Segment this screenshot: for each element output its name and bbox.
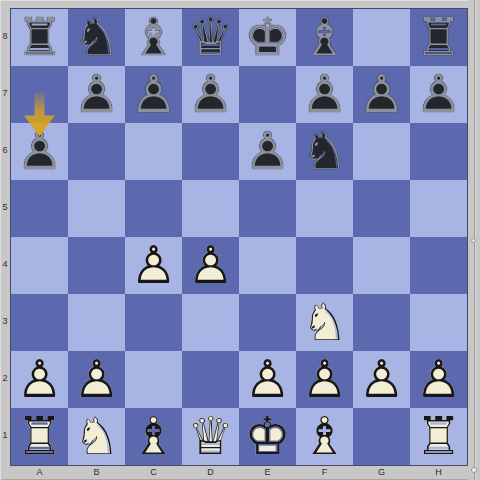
- board-panel: ♜♖♞♘♝♗♛♕♚♔♝♗♜♖♟♙♟♙♟♙♟♙♟♙♟♙♟♙♟♙♞♘♟♙♟♙♞♘♟♙…: [0, 0, 480, 480]
- piece-white-rook: ♜♖: [410, 408, 467, 465]
- piece-black-pawn: ♟♙: [296, 66, 353, 123]
- square-d6[interactable]: [182, 123, 239, 180]
- square-f8[interactable]: ♝♗: [296, 9, 353, 66]
- square-b3[interactable]: [68, 294, 125, 351]
- square-g5[interactable]: [353, 180, 410, 237]
- rank-label-7: 7: [0, 65, 10, 122]
- square-c7[interactable]: ♟♙: [125, 66, 182, 123]
- piece-white-pawn: ♟♙: [68, 351, 125, 408]
- square-c5[interactable]: [125, 180, 182, 237]
- piece-white-rook: ♜♖: [11, 408, 68, 465]
- square-a2[interactable]: ♟♙: [11, 351, 68, 408]
- square-a3[interactable]: [11, 294, 68, 351]
- square-e6[interactable]: ♟♙: [239, 123, 296, 180]
- piece-black-pawn: ♟♙: [353, 66, 410, 123]
- square-f7[interactable]: ♟♙: [296, 66, 353, 123]
- square-c4[interactable]: ♟♙: [125, 237, 182, 294]
- square-h8[interactable]: ♜♖: [410, 9, 467, 66]
- file-label-e: E: [239, 466, 296, 479]
- square-g1[interactable]: [353, 408, 410, 465]
- piece-black-knight: ♞♘: [296, 123, 353, 180]
- square-e2[interactable]: ♟♙: [239, 351, 296, 408]
- piece-white-bishop: ♝♗: [296, 408, 353, 465]
- piece-black-pawn: ♟♙: [239, 123, 296, 180]
- square-h1[interactable]: ♜♖: [410, 408, 467, 465]
- square-g8[interactable]: [353, 9, 410, 66]
- file-label-a: A: [11, 466, 68, 479]
- piece-black-pawn: ♟♙: [410, 66, 467, 123]
- square-e3[interactable]: [239, 294, 296, 351]
- square-b2[interactable]: ♟♙: [68, 351, 125, 408]
- square-a8[interactable]: ♜♖: [11, 9, 68, 66]
- square-a4[interactable]: [11, 237, 68, 294]
- rank-label-3: 3: [0, 293, 10, 350]
- piece-white-pawn: ♟♙: [296, 351, 353, 408]
- square-c1[interactable]: ♝♗: [125, 408, 182, 465]
- piece-white-knight: ♞♘: [68, 408, 125, 465]
- piece-black-pawn: ♟♙: [11, 123, 68, 180]
- square-d3[interactable]: [182, 294, 239, 351]
- file-label-h: H: [410, 466, 467, 479]
- piece-white-queen: ♛♕: [182, 408, 239, 465]
- panel-splitter[interactable]: [468, 0, 480, 480]
- piece-black-pawn: ♟♙: [68, 66, 125, 123]
- file-label-f: F: [296, 466, 353, 479]
- square-f6[interactable]: ♞♘: [296, 123, 353, 180]
- square-f1[interactable]: ♝♗: [296, 408, 353, 465]
- square-g3[interactable]: [353, 294, 410, 351]
- square-c3[interactable]: [125, 294, 182, 351]
- square-b6[interactable]: [68, 123, 125, 180]
- piece-white-knight: ♞♘: [296, 294, 353, 351]
- square-e1[interactable]: ♚♔: [239, 408, 296, 465]
- splitter-handle-dot: [471, 238, 476, 243]
- rank-label-4: 4: [0, 236, 10, 293]
- square-d8[interactable]: ♛♕: [182, 9, 239, 66]
- square-g7[interactable]: ♟♙: [353, 66, 410, 123]
- piece-black-rook: ♜♖: [11, 9, 68, 66]
- piece-white-king: ♚♔: [239, 408, 296, 465]
- file-label-g: G: [353, 466, 410, 479]
- square-g4[interactable]: [353, 237, 410, 294]
- square-h6[interactable]: [410, 123, 467, 180]
- chess-board: ♜♖♞♘♝♗♛♕♚♔♝♗♜♖♟♙♟♙♟♙♟♙♟♙♟♙♟♙♟♙♞♘♟♙♟♙♞♘♟♙…: [10, 8, 468, 466]
- square-b5[interactable]: [68, 180, 125, 237]
- piece-white-pawn: ♟♙: [182, 237, 239, 294]
- square-a5[interactable]: [11, 180, 68, 237]
- square-h7[interactable]: ♟♙: [410, 66, 467, 123]
- square-c8[interactable]: ♝♗: [125, 9, 182, 66]
- square-b7[interactable]: ♟♙: [68, 66, 125, 123]
- piece-white-pawn: ♟♙: [125, 237, 182, 294]
- square-d7[interactable]: ♟♙: [182, 66, 239, 123]
- square-e4[interactable]: [239, 237, 296, 294]
- rank-label-5: 5: [0, 179, 10, 236]
- square-c6[interactable]: [125, 123, 182, 180]
- square-d1[interactable]: ♛♕: [182, 408, 239, 465]
- piece-black-pawn: ♟♙: [182, 66, 239, 123]
- rank-label-2: 2: [0, 350, 10, 407]
- square-b1[interactable]: ♞♘: [68, 408, 125, 465]
- square-e8[interactable]: ♚♔: [239, 9, 296, 66]
- square-d5[interactable]: [182, 180, 239, 237]
- square-d2[interactable]: [182, 351, 239, 408]
- piece-black-king: ♚♔: [239, 9, 296, 66]
- square-a6[interactable]: ♟♙: [11, 123, 68, 180]
- piece-white-pawn: ♟♙: [410, 351, 467, 408]
- file-coordinates: ABCDEFGH: [11, 466, 467, 479]
- square-c2[interactable]: [125, 351, 182, 408]
- piece-white-pawn: ♟♙: [239, 351, 296, 408]
- file-label-d: D: [182, 466, 239, 479]
- square-a1[interactable]: ♜♖: [11, 408, 68, 465]
- piece-white-pawn: ♟♙: [353, 351, 410, 408]
- square-e5[interactable]: [239, 180, 296, 237]
- piece-black-bishop: ♝♗: [296, 9, 353, 66]
- square-g2[interactable]: ♟♙: [353, 351, 410, 408]
- piece-white-bishop: ♝♗: [125, 408, 182, 465]
- square-d4[interactable]: ♟♙: [182, 237, 239, 294]
- piece-black-knight: ♞♘: [68, 9, 125, 66]
- rank-label-1: 1: [0, 407, 10, 464]
- square-f5[interactable]: [296, 180, 353, 237]
- piece-black-queen: ♛♕: [182, 9, 239, 66]
- square-b4[interactable]: [68, 237, 125, 294]
- square-g6[interactable]: [353, 123, 410, 180]
- piece-white-pawn: ♟♙: [11, 351, 68, 408]
- square-e7[interactable]: [239, 66, 296, 123]
- rank-label-8: 8: [0, 8, 10, 65]
- file-label-c: C: [125, 466, 182, 479]
- piece-black-bishop: ♝♗: [125, 9, 182, 66]
- square-f4[interactable]: [296, 237, 353, 294]
- square-f3[interactable]: ♞♘: [296, 294, 353, 351]
- piece-black-pawn: ♟♙: [125, 66, 182, 123]
- square-h4[interactable]: [410, 237, 467, 294]
- square-a7[interactable]: [11, 66, 68, 123]
- rank-label-6: 6: [0, 122, 10, 179]
- file-label-b: B: [68, 466, 125, 479]
- square-h2[interactable]: ♟♙: [410, 351, 467, 408]
- resize-grip-icon[interactable]: [471, 467, 477, 473]
- rank-coordinates: 87654321: [0, 8, 10, 464]
- piece-black-rook: ♜♖: [410, 9, 467, 66]
- square-b8[interactable]: ♞♘: [68, 9, 125, 66]
- square-h3[interactable]: [410, 294, 467, 351]
- square-f2[interactable]: ♟♙: [296, 351, 353, 408]
- square-h5[interactable]: [410, 180, 467, 237]
